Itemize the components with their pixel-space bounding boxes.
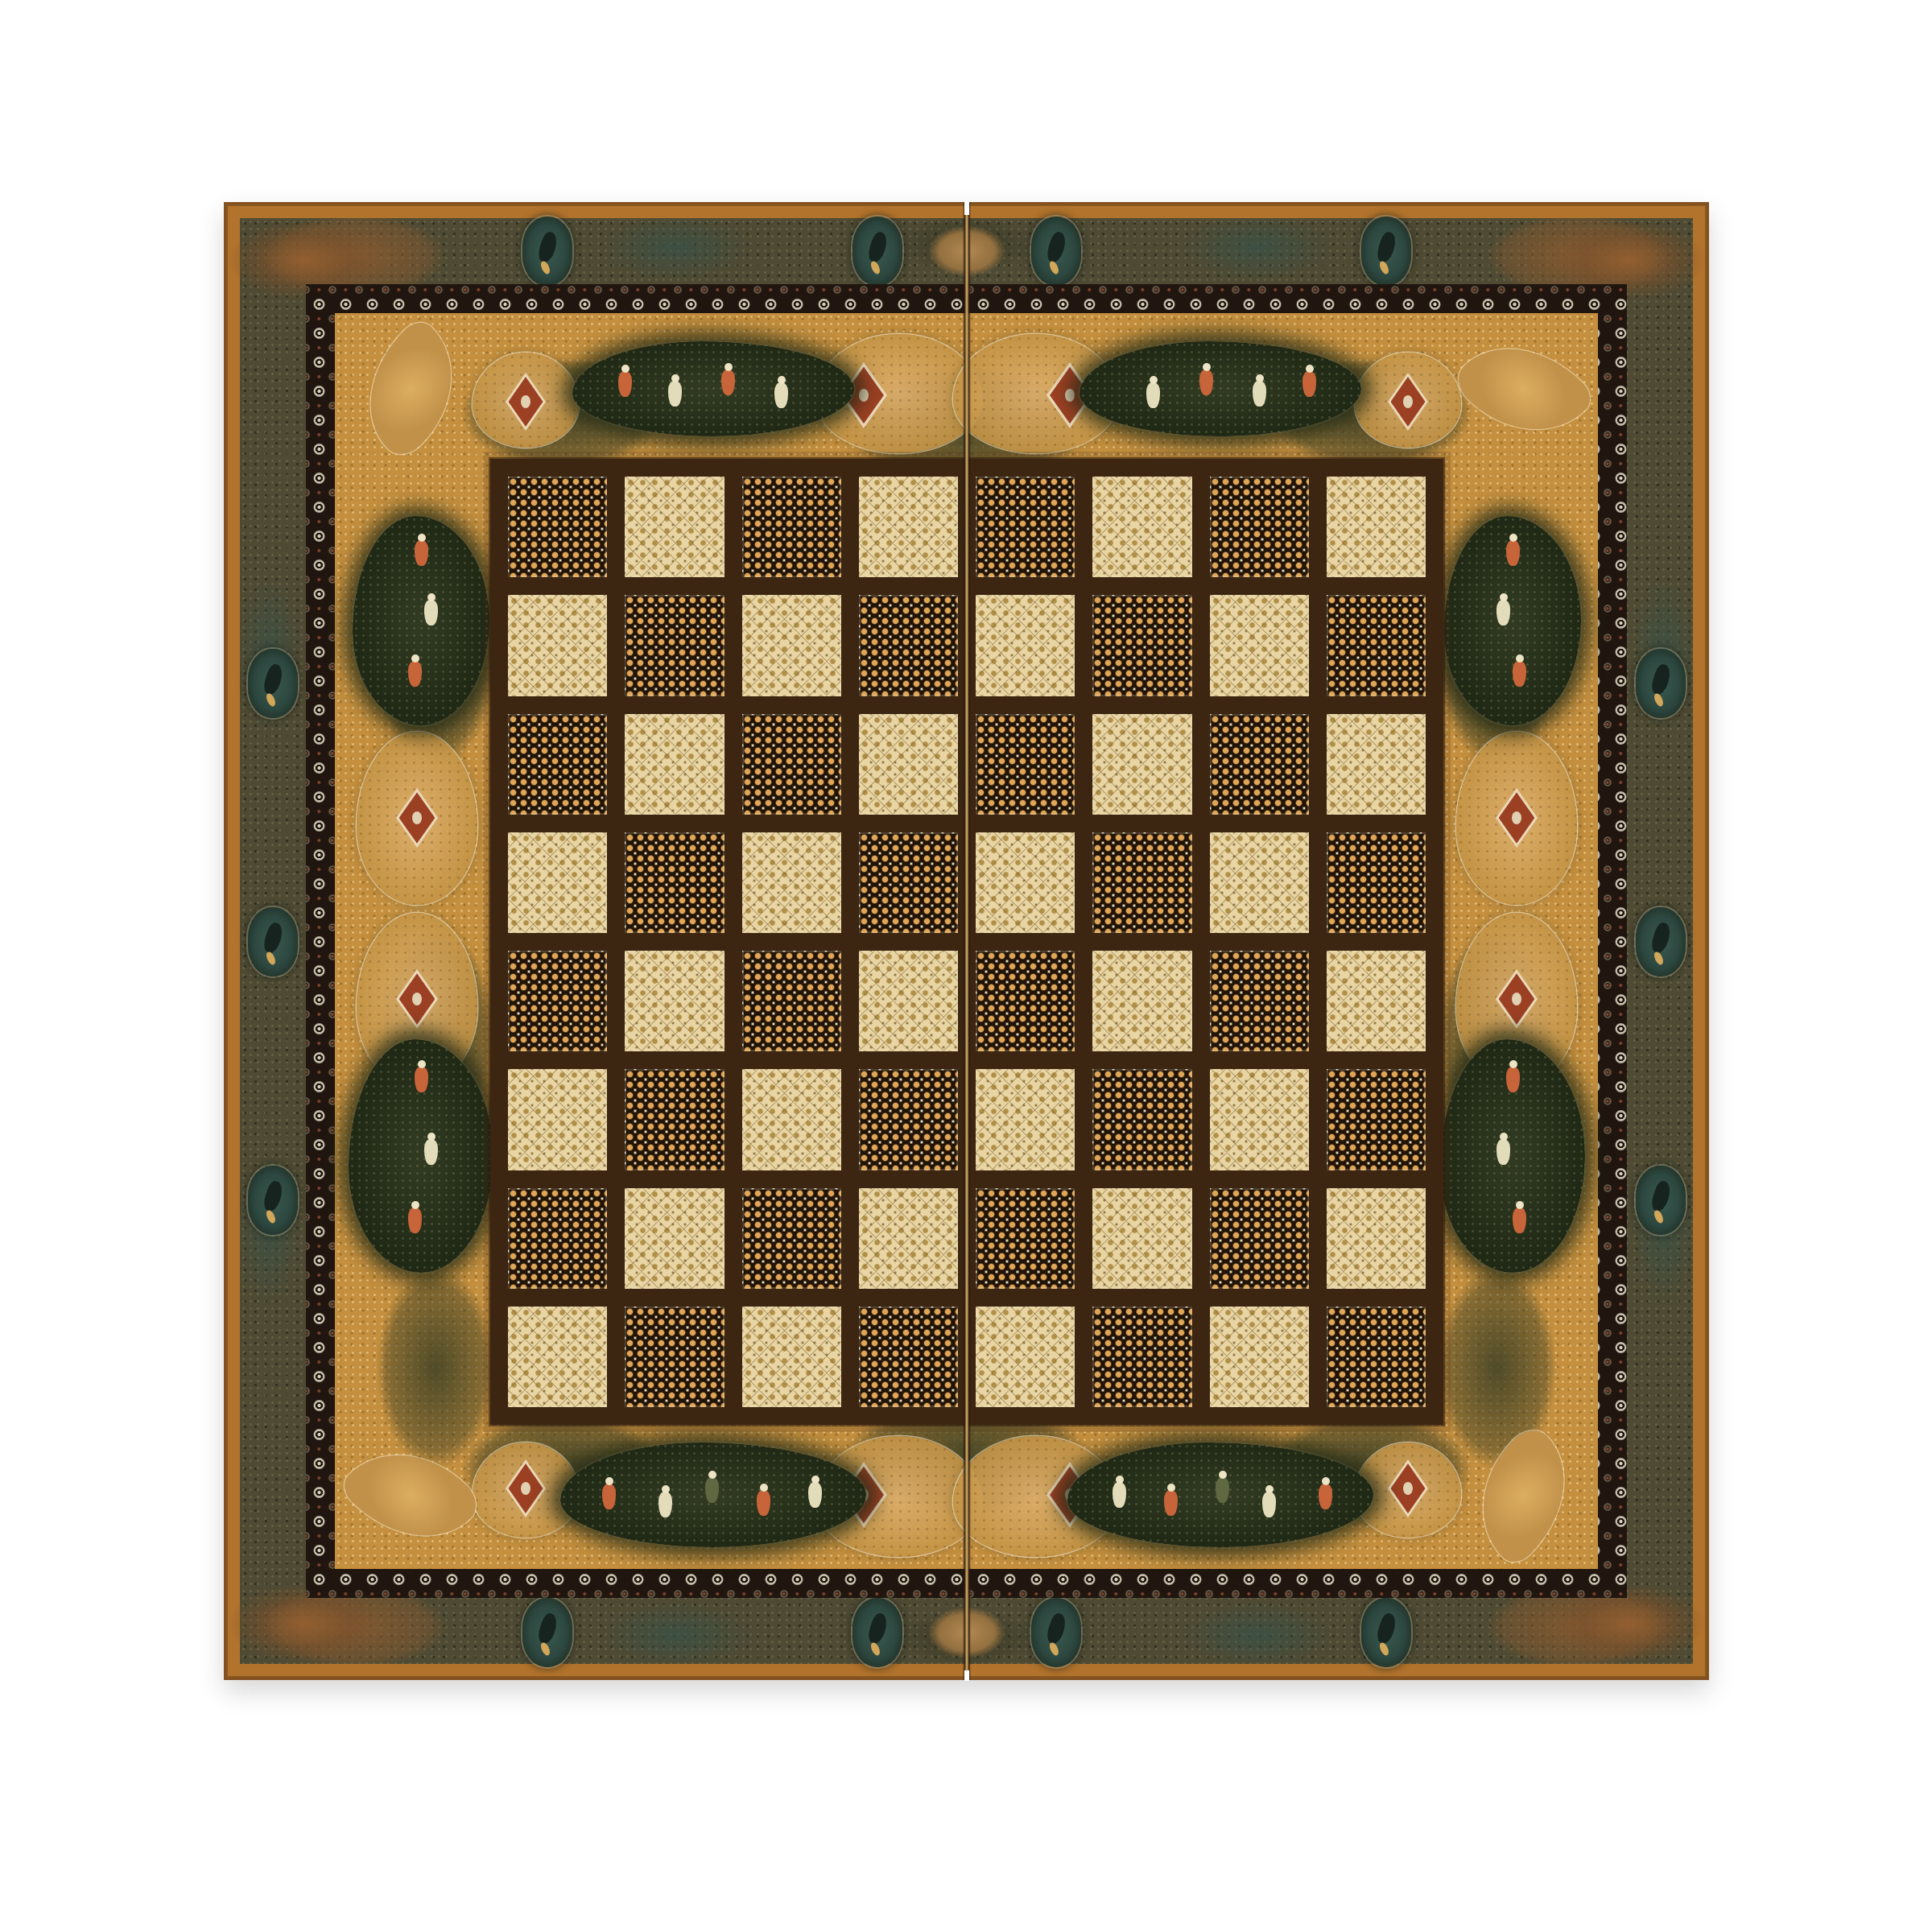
teal-figure-medallion: [1031, 1598, 1081, 1667]
figure-cartouche: [1067, 1443, 1373, 1547]
miniature-figure: [1496, 1139, 1510, 1165]
square-h8[interactable]: [1327, 477, 1426, 577]
square-g6[interactable]: [1210, 714, 1309, 815]
miniature-figure: [668, 381, 682, 407]
square-g4[interactable]: [1210, 951, 1309, 1051]
square-e7[interactable]: [976, 595, 1075, 696]
teal-figure-medallion: [522, 1598, 572, 1667]
miniature-figure: [424, 600, 438, 625]
square-d2[interactable]: [859, 1188, 958, 1289]
square-f7[interactable]: [1092, 595, 1191, 696]
square-c1[interactable]: [742, 1307, 841, 1407]
miniature-figure: [721, 369, 735, 395]
square-h5[interactable]: [1327, 832, 1426, 933]
square-b5[interactable]: [625, 832, 724, 933]
miniature-figure: [408, 1207, 422, 1233]
teal-figure-medallion: [248, 1166, 298, 1235]
miniature-figure: [1506, 540, 1520, 566]
square-c5[interactable]: [742, 832, 841, 933]
miniature-figure: [408, 661, 422, 687]
square-e4[interactable]: [976, 951, 1075, 1051]
teal-figure-medallion: [1361, 1598, 1411, 1667]
miniature-figure: [1496, 600, 1510, 625]
miniature-figure: [1506, 1067, 1520, 1092]
square-e6[interactable]: [976, 714, 1075, 815]
square-h2[interactable]: [1327, 1188, 1426, 1289]
square-e1[interactable]: [976, 1307, 1075, 1407]
figure-cartouche: [1080, 341, 1361, 436]
square-b6[interactable]: [625, 714, 724, 815]
miniature-figure: [1253, 381, 1266, 407]
square-e2[interactable]: [976, 1188, 1075, 1289]
miniature-figure: [1319, 1484, 1332, 1509]
square-d8[interactable]: [859, 477, 958, 577]
square-e3[interactable]: [976, 1069, 1075, 1170]
square-d5[interactable]: [859, 832, 958, 933]
miniature-figure: [705, 1477, 719, 1503]
miniature-figure: [415, 1067, 428, 1092]
square-c3[interactable]: [742, 1069, 841, 1170]
teal-figure-medallion: [1636, 649, 1686, 718]
square-a4[interactable]: [508, 951, 607, 1051]
miniature-figure: [1262, 1492, 1276, 1517]
miniature-figure: [1216, 1477, 1229, 1503]
square-g2[interactable]: [1210, 1188, 1309, 1289]
teal-figure-medallion: [852, 1598, 902, 1667]
square-b3[interactable]: [625, 1069, 724, 1170]
square-c4[interactable]: [742, 951, 841, 1051]
teal-figure-medallion: [1031, 217, 1081, 286]
square-d7[interactable]: [859, 595, 958, 696]
miniature-figure: [1146, 382, 1160, 408]
miniature-figure: [1513, 1207, 1526, 1233]
square-g8[interactable]: [1210, 477, 1309, 577]
miniature-figure: [658, 1492, 672, 1517]
square-d1[interactable]: [859, 1307, 958, 1407]
square-c2[interactable]: [742, 1188, 841, 1289]
square-g7[interactable]: [1210, 595, 1309, 696]
square-a8[interactable]: [508, 477, 607, 577]
square-a5[interactable]: [508, 832, 607, 933]
square-a6[interactable]: [508, 714, 607, 815]
square-a2[interactable]: [508, 1188, 607, 1289]
miniature-figure: [415, 540, 428, 566]
miniature-figure: [618, 371, 632, 397]
figure-cartouche: [560, 1443, 866, 1547]
miniature-figure: [424, 1139, 438, 1165]
square-c7[interactable]: [742, 595, 841, 696]
square-d3[interactable]: [859, 1069, 958, 1170]
square-a3[interactable]: [508, 1069, 607, 1170]
square-e8[interactable]: [976, 477, 1075, 577]
miniature-figure: [774, 382, 788, 408]
miniature-figure: [1113, 1482, 1126, 1508]
square-f1[interactable]: [1092, 1307, 1191, 1407]
square-f8[interactable]: [1092, 477, 1191, 577]
square-h6[interactable]: [1327, 714, 1426, 815]
miniature-figure: [1302, 371, 1316, 397]
square-f2[interactable]: [1092, 1188, 1191, 1289]
teal-figure-medallion: [248, 649, 298, 718]
square-h1[interactable]: [1327, 1307, 1426, 1407]
miniature-figure: [757, 1490, 770, 1516]
chess-board: [224, 202, 1709, 1680]
miniature-figure: [1199, 369, 1213, 395]
teal-figure-medallion: [248, 907, 298, 976]
square-h4[interactable]: [1327, 951, 1426, 1051]
teal-figure-medallion: [1361, 217, 1411, 286]
square-g5[interactable]: [1210, 832, 1309, 933]
teal-figure-medallion: [1636, 1166, 1686, 1235]
square-c6[interactable]: [742, 714, 841, 815]
square-a7[interactable]: [508, 595, 607, 696]
teal-figure-medallion: [852, 217, 902, 286]
miniature-figure: [808, 1482, 822, 1508]
square-b8[interactable]: [625, 477, 724, 577]
square-f6[interactable]: [1092, 714, 1191, 815]
square-f3[interactable]: [1092, 1069, 1191, 1170]
square-g1[interactable]: [1210, 1307, 1309, 1407]
square-c8[interactable]: [742, 477, 841, 577]
square-a1[interactable]: [508, 1307, 607, 1407]
square-d4[interactable]: [859, 951, 958, 1051]
square-b7[interactable]: [625, 595, 724, 696]
square-f5[interactable]: [1092, 832, 1191, 933]
teal-figure-medallion: [522, 217, 572, 286]
teal-figure-medallion: [1636, 907, 1686, 976]
square-b2[interactable]: [625, 1188, 724, 1289]
miniature-figure: [1164, 1490, 1178, 1516]
miniature-figure: [1513, 661, 1526, 687]
miniature-figure: [602, 1484, 616, 1509]
square-h7[interactable]: [1327, 595, 1426, 696]
square-h3[interactable]: [1327, 1069, 1426, 1170]
fold-seam-divider: [963, 202, 971, 1680]
square-d6[interactable]: [859, 714, 958, 815]
square-f4[interactable]: [1092, 951, 1191, 1051]
square-b4[interactable]: [625, 951, 724, 1051]
figure-cartouche: [572, 341, 854, 436]
square-e5[interactable]: [976, 832, 1075, 933]
square-b1[interactable]: [625, 1307, 724, 1407]
square-g3[interactable]: [1210, 1069, 1309, 1170]
